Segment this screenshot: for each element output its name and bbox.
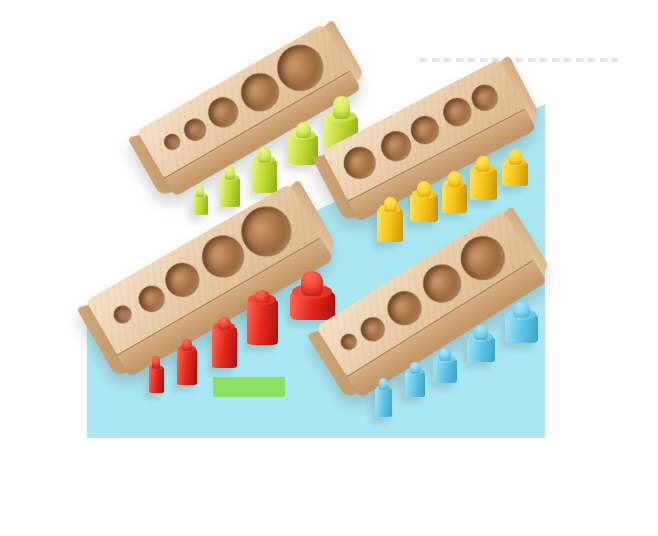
red-block-socket-2 [134,281,170,317]
yellow-block-socket-3 [406,111,444,149]
cylinder-knob [448,171,461,187]
cylinder-knob [258,147,271,163]
cylinder-knob [301,271,323,296]
cylinder-knob [379,378,388,390]
blue-cylinder-2 [405,362,425,397]
yellow-cylinder-5 [502,149,528,186]
cylinder-body [177,347,197,385]
cylinder-knob [218,317,231,330]
yellow-cylinder-4 [470,156,497,200]
cylinder-body [212,325,237,368]
cylinder-knob [384,197,397,212]
cylinder-knob [439,348,451,361]
cylinder-body [375,387,392,417]
red-cylinder-2 [177,339,197,385]
blue-block-socket-2 [356,313,389,346]
red-cylinder-3 [212,317,237,368]
blue-cylinder-1 [375,378,392,417]
blue-cylinder-4 [467,325,495,362]
cylinder-knob [474,325,488,340]
yellow-cylinder-3 [442,171,467,213]
yellow-block-socket-4 [438,93,476,131]
cylinder-knob [333,96,350,119]
red-cylinder-5 [290,271,335,320]
blue-cylinder-3 [433,348,457,383]
blue-block-socket-1 [338,331,360,353]
blue-block-socket-3 [381,285,428,332]
cylinder-knob [225,166,235,180]
cylinder-knob [182,339,192,351]
cylinder-knob [509,149,522,165]
green-block-socket-2 [180,115,210,145]
blue-block-socket-4 [416,257,468,309]
red-cylinder-4 [247,290,278,345]
red-block-socket-3 [159,257,205,303]
yellow-block-socket-5 [467,80,502,115]
cylinder-knob [152,356,160,369]
yellow-cylinder-2 [410,181,438,222]
cylinder-knob [476,156,490,172]
cylinder-body [149,366,164,393]
cylinder-knob [296,122,311,138]
yellow-cylinder-1 [377,197,403,242]
cylinder-knob [254,290,270,303]
cylinder-knob [410,362,420,374]
green-block-socket-1 [161,131,183,153]
watermark-text [420,58,618,62]
cylinder-knob [417,181,431,197]
green-cylinder-3 [252,147,277,193]
red-cylinder-1 [149,356,164,393]
blue-cylinder-5 [505,302,538,343]
red-block-socket-1 [110,302,135,327]
green-block-socket-3 [203,92,244,133]
cylinder-knob [513,302,530,318]
green-cylinder-2 [220,166,240,207]
green-sticker [213,377,285,397]
product-photo [0,0,658,536]
cylinder-knob [196,185,204,197]
yellow-block-socket-1 [338,141,381,184]
green-cylinder-1 [193,185,208,215]
